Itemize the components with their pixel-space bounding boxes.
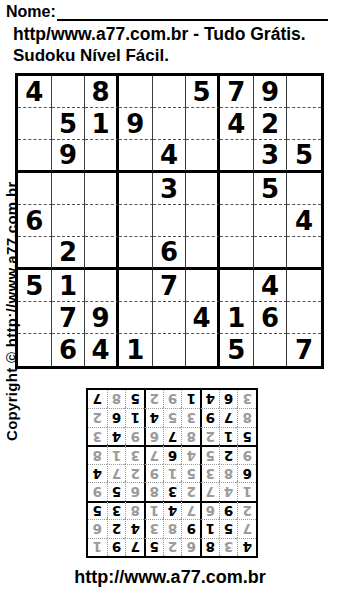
cell-r1c8[interactable]: 9 (254, 76, 288, 108)
solution-cell-r6c8: 1 (107, 445, 126, 463)
solution-cell-r4c9: 9 (88, 482, 107, 500)
cell-r1c9[interactable] (287, 76, 321, 108)
solution-cell-r2c4: 9 (181, 519, 200, 537)
solution-cell-r3c8: 3 (107, 501, 126, 519)
solution-cell-r8c1: 8 (237, 408, 256, 426)
cell-r2c1[interactable] (18, 108, 52, 140)
cell-r7c1[interactable]: 5 (18, 270, 52, 302)
cell-r3c3[interactable] (85, 140, 119, 173)
cell-r2c2[interactable]: 5 (52, 108, 86, 140)
solution-cell-r9c3: 4 (200, 390, 219, 408)
solution-cell-r6c3: 5 (200, 445, 219, 463)
solution-cell-r2c3: 1 (200, 519, 219, 537)
solution-cell-r9c8: 8 (107, 390, 126, 408)
solution-cell-r7c9: 3 (88, 427, 107, 445)
solution-cell-r9c5: 9 (163, 390, 182, 408)
solution-cell-r6c7: 3 (125, 445, 144, 463)
solution-cell-r1c3: 8 (200, 538, 219, 556)
cell-r3c6[interactable] (186, 140, 220, 173)
solution-cell-r5c4: 5 (181, 464, 200, 482)
name-row: Nome: (6, 3, 328, 21)
solution-cell-r5c7: 2 (125, 464, 144, 482)
cell-r1c1[interactable]: 4 (18, 76, 52, 108)
cell-r2c7[interactable]: 4 (220, 108, 254, 140)
solution-cell-r1c5: 2 (163, 538, 182, 556)
cell-r7c4[interactable] (119, 270, 153, 302)
solution-cell-r1c8: 9 (107, 538, 126, 556)
cell-r9c9[interactable]: 7 (287, 334, 321, 366)
cell-r9c4[interactable]: 1 (119, 334, 153, 366)
cell-r6c2[interactable]: 2 (52, 237, 86, 270)
cell-r3c7[interactable] (220, 140, 254, 173)
solution-cell-r9c4: 1 (181, 390, 200, 408)
solution-cell-r4c7: 6 (125, 482, 144, 500)
solution-cell-r1c7: 7 (125, 538, 144, 556)
cell-r4c8[interactable]: 5 (254, 173, 288, 205)
solution-cell-r3c4: 7 (181, 501, 200, 519)
solution-cell-r3c3: 6 (200, 501, 219, 519)
cell-r9c1[interactable] (18, 334, 52, 366)
solution-cell-r4c1: 1 (237, 482, 256, 500)
solution-cell-r5c6: 9 (144, 464, 163, 482)
cell-r5c1[interactable]: 6 (18, 205, 52, 237)
solution-cell-r9c6: 2 (144, 390, 163, 408)
solution-cell-r9c1: 3 (237, 390, 256, 408)
cell-r2c3[interactable]: 1 (85, 108, 119, 140)
cell-r8c8[interactable]: 6 (254, 302, 288, 334)
cell-r6c9[interactable] (287, 237, 321, 270)
cell-r8c4[interactable] (119, 302, 153, 334)
cell-r4c9[interactable] (287, 173, 321, 205)
cell-r1c6[interactable]: 5 (186, 76, 220, 108)
solution-cell-r7c7: 9 (125, 427, 144, 445)
solution-cell-r5c5: 1 (163, 464, 182, 482)
solution-cell-r2c8: 2 (107, 519, 126, 537)
cell-r6c6[interactable] (186, 237, 220, 270)
solution-cell-r3c5: 4 (163, 501, 182, 519)
cell-r5c7[interactable] (220, 205, 254, 237)
cell-r7c2[interactable]: 1 (52, 270, 86, 302)
cell-r1c5[interactable] (153, 76, 187, 108)
cell-r7c6[interactable] (186, 270, 220, 302)
solution-cell-r9c7: 5 (125, 390, 144, 408)
solution-cell-r7c6: 6 (144, 427, 163, 445)
site-tagline: http/www.a77.com.br - Tudo Grátis. (13, 24, 306, 45)
cell-r3c5[interactable]: 4 (153, 140, 187, 173)
cell-r3c9[interactable]: 5 (287, 140, 321, 173)
solution-cell-r6c4: 4 (181, 445, 200, 463)
copyright-vertical-text: Copyright © http://www.a77.com.br (3, 181, 20, 441)
cell-r6c3[interactable] (85, 237, 119, 270)
cell-r4c2[interactable] (52, 173, 86, 205)
cell-r6c7[interactable] (220, 237, 254, 270)
solution-cell-r4c2: 4 (219, 482, 238, 500)
cell-r3c8[interactable]: 3 (254, 140, 288, 173)
cell-r7c3[interactable] (85, 270, 119, 302)
solution-cell-r7c3: 2 (200, 427, 219, 445)
cell-r5c9[interactable]: 4 (287, 205, 321, 237)
solution-cell-r7c8: 4 (107, 427, 126, 445)
footer-url: http://www.a77.com.br (0, 567, 340, 588)
puzzle-title: Sudoku Nível Fácil. (13, 46, 169, 66)
cell-r8c6[interactable]: 4 (186, 302, 220, 334)
solution-cell-r2c9: 6 (88, 519, 107, 537)
cell-r2c6[interactable] (186, 108, 220, 140)
solution-cell-r6c2: 2 (219, 445, 238, 463)
cell-r3c2[interactable]: 9 (52, 140, 86, 173)
cell-r6c8[interactable] (254, 237, 288, 270)
solution-cell-r6c6: 7 (144, 445, 163, 463)
solution-cell-r5c9: 4 (88, 464, 107, 482)
solution-cell-r8c5: 5 (163, 408, 182, 426)
solution-cell-r2c2: 5 (219, 519, 238, 537)
solution-cell-r2c5: 8 (163, 519, 182, 537)
cell-r9c2[interactable]: 6 (52, 334, 86, 366)
sudoku-sheet: Nome: http/www.a77.com.br - Tudo Grátis.… (0, 0, 340, 596)
cell-r3c4[interactable] (119, 140, 153, 173)
cell-r7c9[interactable] (287, 270, 321, 302)
solution-cell-r8c6: 4 (144, 408, 163, 426)
cell-r4c6[interactable] (186, 173, 220, 205)
solution-cell-r3c2: 9 (219, 501, 238, 519)
cell-r9c5[interactable] (153, 334, 187, 366)
solution-cell-r4c8: 5 (107, 482, 126, 500)
solution-cell-r2c7: 4 (125, 519, 144, 537)
cell-r5c2[interactable] (52, 205, 86, 237)
solution-cell-r7c4: 8 (181, 427, 200, 445)
solution-cell-r9c9: 7 (88, 390, 107, 408)
cell-r5c3[interactable] (85, 205, 119, 237)
cell-r2c4[interactable]: 9 (119, 108, 153, 140)
cell-r6c1[interactable] (18, 237, 52, 270)
cell-r1c3[interactable]: 8 (85, 76, 119, 108)
cell-r4c1[interactable] (18, 173, 52, 205)
cell-r5c5[interactable] (153, 205, 187, 237)
cell-r1c2[interactable] (52, 76, 86, 108)
cell-r8c2[interactable]: 7 (52, 302, 86, 334)
cell-r9c7[interactable]: 5 (220, 334, 254, 366)
cell-r5c6[interactable] (186, 205, 220, 237)
solution-cell-r8c3: 9 (200, 408, 219, 426)
solution-cell-r2c6: 3 (144, 519, 163, 537)
sudoku-solution-grid: 4386257917519834262967418351472386596835… (86, 388, 258, 558)
cell-r6c5[interactable]: 6 (153, 237, 187, 270)
cell-r4c4[interactable] (119, 173, 153, 205)
solution-cell-r6c1: 9 (237, 445, 256, 463)
cell-r9c3[interactable]: 4 (85, 334, 119, 366)
solution-cell-r8c9: 2 (88, 408, 107, 426)
solution-cell-r7c2: 1 (219, 427, 238, 445)
solution-cell-r3c9: 5 (88, 501, 107, 519)
solution-cell-r4c4: 2 (181, 482, 200, 500)
solution-cell-r1c2: 3 (219, 538, 238, 556)
solution-cell-r5c3: 3 (200, 464, 219, 482)
solution-cell-r7c1: 5 (237, 427, 256, 445)
cell-r9c6[interactable] (186, 334, 220, 366)
solution-cell-r1c1: 4 (237, 538, 256, 556)
sudoku-puzzle-grid: 4857951942943535642651747941664157 (15, 73, 324, 369)
solution-cell-r5c8: 7 (107, 464, 126, 482)
cell-r8c3[interactable]: 9 (85, 302, 119, 334)
cell-r7c8[interactable]: 4 (254, 270, 288, 302)
cell-r2c8[interactable]: 2 (254, 108, 288, 140)
cell-r8c7[interactable]: 1 (220, 302, 254, 334)
solution-cell-r1c4: 6 (181, 538, 200, 556)
solution-cell-r2c1: 7 (237, 519, 256, 537)
solution-cell-r1c6: 5 (144, 538, 163, 556)
solution-cell-r8c8: 6 (107, 408, 126, 426)
solution-cell-r9c2: 6 (219, 390, 238, 408)
cell-r8c5[interactable] (153, 302, 187, 334)
solution-cell-r5c2: 8 (219, 464, 238, 482)
cell-r7c7[interactable] (220, 270, 254, 302)
cell-r4c7[interactable] (220, 173, 254, 205)
solution-cell-r8c4: 3 (181, 408, 200, 426)
cell-r4c5[interactable]: 3 (153, 173, 187, 205)
cell-r1c7[interactable]: 7 (220, 76, 254, 108)
cell-r9c8[interactable] (254, 334, 288, 366)
solution-cell-r3c1: 2 (237, 501, 256, 519)
cell-r7c5[interactable]: 7 (153, 270, 187, 302)
name-label: Nome: (6, 3, 56, 21)
solution-cell-r1c9: 1 (88, 538, 107, 556)
solution-cell-r5c1: 6 (237, 464, 256, 482)
cell-r2c9[interactable] (287, 108, 321, 140)
cell-r2c5[interactable] (153, 108, 187, 140)
cell-r4c3[interactable] (85, 173, 119, 205)
solution-cell-r8c7: 1 (125, 408, 144, 426)
solution-cell-r6c5: 6 (163, 445, 182, 463)
cell-r5c8[interactable] (254, 205, 288, 237)
solution-cell-r4c5: 3 (163, 482, 182, 500)
cell-r3c1[interactable] (18, 140, 52, 173)
cell-r6c4[interactable] (119, 237, 153, 270)
cell-r5c4[interactable] (119, 205, 153, 237)
solution-cell-r4c6: 8 (144, 482, 163, 500)
solution-cell-r7c5: 7 (163, 427, 182, 445)
solution-cell-r6c9: 8 (88, 445, 107, 463)
name-blank-line (57, 3, 328, 21)
cell-r8c1[interactable] (18, 302, 52, 334)
cell-r8c9[interactable] (287, 302, 321, 334)
solution-cell-r3c6: 1 (144, 501, 163, 519)
cell-r1c4[interactable] (119, 76, 153, 108)
solution-cell-r8c2: 7 (219, 408, 238, 426)
solution-cell-r3c7: 8 (125, 501, 144, 519)
solution-cell-r4c3: 7 (200, 482, 219, 500)
